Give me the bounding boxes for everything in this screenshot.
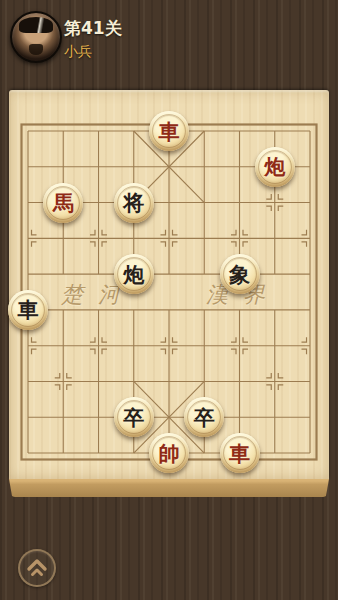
piece-red-horse[interactable]: 馬 bbox=[43, 183, 83, 223]
header: 第41关 小兵 bbox=[0, 0, 338, 80]
piece-black-soldier-2[interactable]: 卒 bbox=[184, 397, 224, 437]
difficulty-label: 小兵 bbox=[64, 44, 122, 58]
piece-black-cannon[interactable]: 炮 bbox=[114, 254, 154, 294]
piece-black-elephant[interactable]: 象 bbox=[220, 254, 260, 294]
xiangqi-board[interactable]: 楚河 漢界 車炮馬将炮象車卒卒帥車 bbox=[9, 90, 329, 479]
chevron-double-up-icon bbox=[26, 558, 48, 578]
board-front-edge bbox=[9, 479, 329, 497]
xiangqi-puzzle-screen: { "header": { "level": "第41关", "difficul… bbox=[0, 0, 338, 600]
piece-red-chariot-bottom[interactable]: 車 bbox=[220, 433, 260, 473]
level-title: 第41关 bbox=[64, 20, 122, 37]
piece-red-cannon[interactable]: 炮 bbox=[255, 147, 295, 187]
piece-red-chariot-top[interactable]: 車 bbox=[149, 111, 189, 151]
piece-red-general[interactable]: 帥 bbox=[149, 433, 189, 473]
piece-black-soldier-1[interactable]: 卒 bbox=[114, 397, 154, 437]
piece-black-chariot[interactable]: 車 bbox=[8, 290, 48, 330]
piece-black-general[interactable]: 将 bbox=[114, 183, 154, 223]
player-avatar[interactable] bbox=[10, 11, 62, 63]
expand-menu-button[interactable] bbox=[18, 549, 56, 587]
